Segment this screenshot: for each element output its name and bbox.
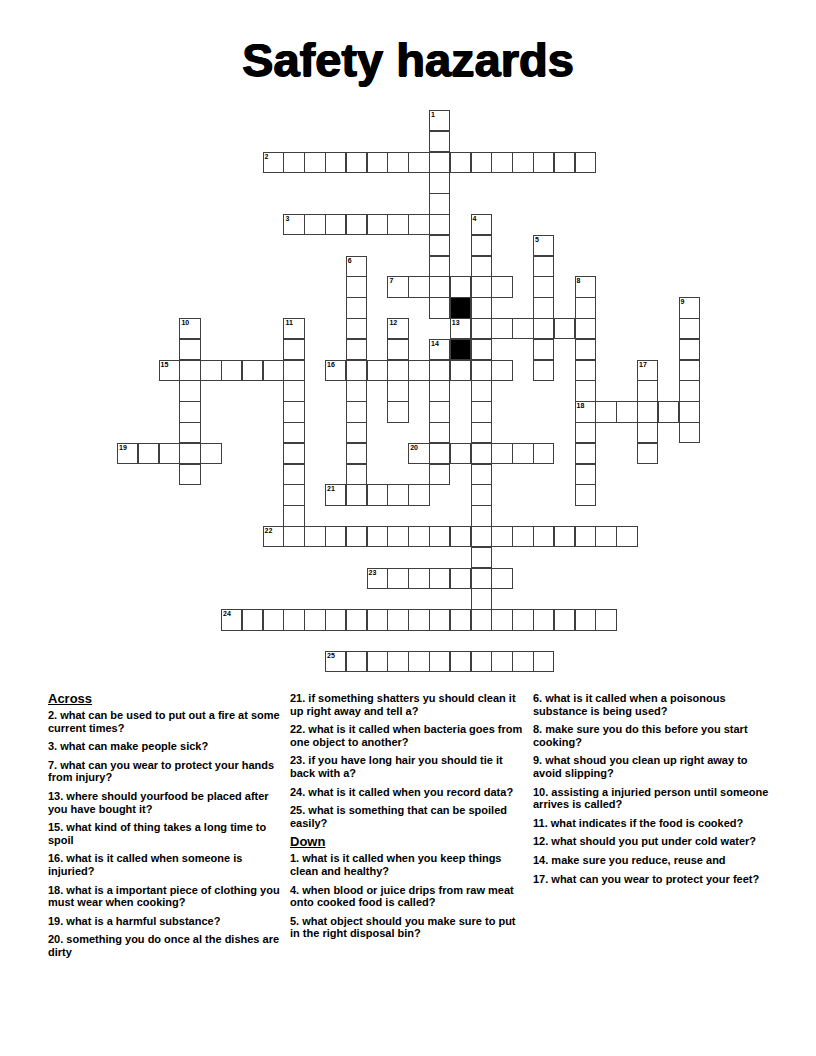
grid-cell[interactable]: [408, 214, 429, 235]
grid-cell[interactable]: [554, 609, 575, 630]
grid-cell[interactable]: 10: [179, 318, 200, 339]
grid-cell[interactable]: [283, 609, 304, 630]
cell-number: 10: [181, 319, 189, 327]
clue-column-1: Across2. what can be used to put out a f…: [48, 692, 286, 965]
grid-cell[interactable]: [471, 360, 492, 381]
grid-cell[interactable]: [283, 152, 304, 173]
grid-cell[interactable]: 6: [346, 256, 367, 277]
grid-cell[interactable]: [575, 422, 596, 443]
cell-number: 12: [389, 319, 397, 327]
grid-cell[interactable]: [283, 464, 304, 485]
grid-cell[interactable]: [575, 609, 596, 630]
cell-number: 7: [389, 277, 393, 285]
grid-cell[interactable]: [346, 443, 367, 464]
grid-cell[interactable]: [387, 568, 408, 589]
grid-cell[interactable]: [242, 609, 263, 630]
grid-cell[interactable]: [471, 651, 492, 672]
grid-cell[interactable]: [637, 401, 658, 422]
grid-cell[interactable]: [179, 360, 200, 381]
grid-cell[interactable]: [471, 526, 492, 547]
grid-cell[interactable]: [325, 609, 346, 630]
clue: 4. when blood or juice drips from raw me…: [290, 884, 528, 909]
cell-number: 6: [348, 257, 352, 265]
grid-cell[interactable]: [408, 568, 429, 589]
grid-cell[interactable]: [471, 588, 492, 609]
grid-cell[interactable]: [387, 380, 408, 401]
grid-cell[interactable]: [575, 526, 596, 547]
grid-cell[interactable]: 5: [533, 235, 554, 256]
grid-cell[interactable]: [429, 172, 450, 193]
grid-cell[interactable]: [429, 568, 450, 589]
grid-cell[interactable]: [346, 380, 367, 401]
clue: 6. what is it called when a poisonous su…: [533, 692, 771, 717]
grid-cell[interactable]: [679, 318, 700, 339]
grid-cell[interactable]: [491, 360, 512, 381]
grid-cell[interactable]: [637, 422, 658, 443]
grid-cell[interactable]: 2: [263, 152, 284, 173]
grid-cell[interactable]: 1: [429, 110, 450, 131]
grid-cell[interactable]: [575, 318, 596, 339]
grid-cell[interactable]: [429, 401, 450, 422]
cell-number: 3: [285, 215, 289, 223]
grid-cell[interactable]: [283, 339, 304, 360]
clue: 14. make sure you reduce, reuse and: [533, 854, 771, 867]
clue: 3. what can make people sick?: [48, 740, 286, 753]
clue: 1. what is it called when you keep thing…: [290, 852, 528, 877]
grid-cell[interactable]: [346, 401, 367, 422]
cell-number: 25: [327, 652, 335, 660]
grid-cell[interactable]: [471, 235, 492, 256]
grid-cell[interactable]: [429, 609, 450, 630]
grid-cell[interactable]: [471, 318, 492, 339]
grid-cell[interactable]: [595, 609, 616, 630]
grid-cell[interactable]: [283, 443, 304, 464]
grid-cell[interactable]: [346, 609, 367, 630]
grid-cell[interactable]: [408, 651, 429, 672]
grid-cell[interactable]: 15: [159, 360, 180, 381]
grid-cell[interactable]: [471, 505, 492, 526]
grid-cell[interactable]: [595, 401, 616, 422]
grid-cell[interactable]: [283, 505, 304, 526]
grid-cell[interactable]: 9: [679, 297, 700, 318]
grid-cell[interactable]: 20: [408, 443, 429, 464]
clue: 17. what can you wear to protect your fe…: [533, 873, 771, 886]
grid-cell[interactable]: [429, 464, 450, 485]
grid-cell[interactable]: [679, 401, 700, 422]
grid-cell[interactable]: 4: [471, 214, 492, 235]
cell-number: 16: [327, 361, 335, 369]
grid-cell[interactable]: [575, 152, 596, 173]
grid-cell[interactable]: [429, 380, 450, 401]
grid-cell[interactable]: [450, 276, 471, 297]
grid-cell[interactable]: [325, 214, 346, 235]
clue: 10. assisting a injuried person until so…: [533, 786, 771, 811]
grid-cell[interactable]: [408, 152, 429, 173]
grid-cell[interactable]: [346, 297, 367, 318]
clue: 25. what is something that can be spoile…: [290, 804, 528, 829]
grid-cell[interactable]: 3: [283, 214, 304, 235]
grid-cell[interactable]: [533, 339, 554, 360]
cell-number: 9: [681, 298, 685, 306]
grid-cell[interactable]: [346, 339, 367, 360]
grid-cell[interactable]: [387, 484, 408, 505]
grid-cell[interactable]: [346, 422, 367, 443]
grid-cell[interactable]: [304, 609, 325, 630]
grid-cell[interactable]: [679, 339, 700, 360]
grid-cell[interactable]: [387, 609, 408, 630]
grid-cell[interactable]: [408, 526, 429, 547]
grid-cell[interactable]: [429, 256, 450, 277]
grid-cell[interactable]: [325, 152, 346, 173]
grid-cell[interactable]: [429, 152, 450, 173]
grid-cell[interactable]: [429, 360, 450, 381]
grid-cell[interactable]: [533, 276, 554, 297]
grid-cell[interactable]: [367, 526, 388, 547]
grid-cell[interactable]: [533, 152, 554, 173]
grid-cell[interactable]: [429, 235, 450, 256]
grid-cell[interactable]: [637, 443, 658, 464]
grid-cell[interactable]: [138, 443, 159, 464]
grid-cell[interactable]: [533, 256, 554, 277]
grid-cell[interactable]: [367, 360, 388, 381]
clue: 23. if you have long hair you should tie…: [290, 754, 528, 779]
grid-cell[interactable]: [491, 526, 512, 547]
grid-cell[interactable]: [533, 651, 554, 672]
clue: 20. something you do once al the dishes …: [48, 933, 286, 958]
grid-cell[interactable]: [263, 360, 284, 381]
grid-cell[interactable]: [658, 401, 679, 422]
cell-number: 15: [161, 361, 169, 369]
grid-cell[interactable]: [346, 360, 367, 381]
grid-cell[interactable]: [283, 422, 304, 443]
grid-cell[interactable]: [595, 526, 616, 547]
grid-cell[interactable]: [263, 609, 284, 630]
grid-cell[interactable]: [408, 360, 429, 381]
grid-cell[interactable]: [512, 443, 533, 464]
grid-cell[interactable]: 25: [325, 651, 346, 672]
grid-cell[interactable]: 14: [429, 339, 450, 360]
grid-cell[interactable]: [179, 401, 200, 422]
grid-cell[interactable]: [387, 339, 408, 360]
grid-cell[interactable]: [533, 526, 554, 547]
grid-cell[interactable]: 17: [637, 360, 658, 381]
grid-cell[interactable]: [575, 360, 596, 381]
grid-cell[interactable]: [367, 484, 388, 505]
black-cell: [450, 297, 471, 318]
grid-cell[interactable]: 12: [387, 318, 408, 339]
clue: 5. what object should you make sure to p…: [290, 915, 528, 940]
grid-cell[interactable]: [491, 443, 512, 464]
grid-cell[interactable]: [387, 401, 408, 422]
grid-cell[interactable]: [471, 484, 492, 505]
grid-cell[interactable]: [533, 297, 554, 318]
grid-cell[interactable]: [429, 193, 450, 214]
cell-number: 21: [327, 485, 335, 493]
clue: 13. where should yourfood be placed afte…: [48, 790, 286, 815]
grid-cell[interactable]: [637, 380, 658, 401]
grid-cell[interactable]: [491, 152, 512, 173]
grid-cell[interactable]: [471, 256, 492, 277]
cell-number: 18: [577, 402, 585, 410]
grid-cell[interactable]: [367, 609, 388, 630]
grid-cell[interactable]: [387, 152, 408, 173]
grid-cell[interactable]: 23: [367, 568, 388, 589]
grid-cell[interactable]: [679, 422, 700, 443]
grid-cell[interactable]: [367, 152, 388, 173]
grid-cell[interactable]: [179, 464, 200, 485]
clue: 16. what is it called when someone is in…: [48, 852, 286, 877]
clue-column-2: 21. if something shatters yu should clea…: [290, 692, 528, 946]
grid-cell[interactable]: [346, 276, 367, 297]
grid-cell[interactable]: [408, 276, 429, 297]
grid-cell[interactable]: [387, 651, 408, 672]
grid-cell[interactable]: [450, 526, 471, 547]
grid-cell[interactable]: 13: [450, 318, 471, 339]
grid-cell[interactable]: [408, 609, 429, 630]
grid-cell[interactable]: [179, 380, 200, 401]
cell-number: 19: [119, 444, 127, 452]
grid-cell[interactable]: [450, 568, 471, 589]
clue: 19. what is a harmful substance?: [48, 915, 286, 928]
cell-number: 17: [639, 361, 647, 369]
grid-cell[interactable]: [283, 380, 304, 401]
grid-cell[interactable]: [533, 360, 554, 381]
grid-cell[interactable]: 21: [325, 484, 346, 505]
grid-cell[interactable]: [512, 526, 533, 547]
grid-cell[interactable]: [429, 651, 450, 672]
grid-cell[interactable]: [450, 152, 471, 173]
black-cell: [450, 339, 471, 360]
cell-number: 2: [265, 153, 269, 161]
grid-cell[interactable]: [554, 526, 575, 547]
grid-cell[interactable]: [283, 401, 304, 422]
grid-cell[interactable]: [575, 339, 596, 360]
grid-cell[interactable]: [200, 443, 221, 464]
grid-cell[interactable]: [471, 443, 492, 464]
clue: 12. what should you put under cold water…: [533, 835, 771, 848]
clue: 24. what is it called when you record da…: [290, 786, 528, 799]
cell-number: 13: [452, 319, 460, 327]
grid-cell[interactable]: 8: [575, 276, 596, 297]
grid-cell[interactable]: [575, 297, 596, 318]
grid-cell[interactable]: [471, 380, 492, 401]
crossword-grid: 1234567891011121314151617181920212223242…: [0, 0, 816, 700]
grid-cell[interactable]: [325, 526, 346, 547]
crossword-page: Safety hazards 1234567891011121314151617…: [0, 0, 816, 1056]
grid-cell[interactable]: [242, 360, 263, 381]
grid-cell[interactable]: [554, 318, 575, 339]
grid-cell[interactable]: [346, 526, 367, 547]
clue: 11. what indicates if the food is cooked…: [533, 817, 771, 830]
grid-cell[interactable]: 16: [325, 360, 346, 381]
grid-cell[interactable]: [429, 526, 450, 547]
clue-column-3: 6. what is it called when a poisonous su…: [533, 692, 771, 891]
grid-cell[interactable]: [471, 297, 492, 318]
cell-number: 24: [223, 610, 231, 618]
grid-cell[interactable]: [575, 443, 596, 464]
grid-cell[interactable]: [471, 339, 492, 360]
grid-cell[interactable]: [408, 484, 429, 505]
grid-cell[interactable]: [491, 651, 512, 672]
grid-cell[interactable]: [179, 422, 200, 443]
clue: 8. make sure you do this before you star…: [533, 723, 771, 748]
grid-cell[interactable]: [429, 422, 450, 443]
grid-cell[interactable]: [346, 214, 367, 235]
grid-cell[interactable]: [387, 360, 408, 381]
grid-cell[interactable]: 7: [387, 276, 408, 297]
grid-cell[interactable]: [616, 401, 637, 422]
cell-number: 22: [265, 527, 273, 535]
grid-cell[interactable]: [512, 152, 533, 173]
grid-cell[interactable]: [346, 318, 367, 339]
grid-cell[interactable]: 18: [575, 401, 596, 422]
grid-cell[interactable]: [200, 360, 221, 381]
grid-cell[interactable]: [471, 547, 492, 568]
grid-cell[interactable]: [471, 464, 492, 485]
grid-cell[interactable]: [346, 464, 367, 485]
grid-cell[interactable]: 11: [283, 318, 304, 339]
grid-cell[interactable]: [387, 214, 408, 235]
grid-cell[interactable]: [512, 651, 533, 672]
grid-cell[interactable]: [471, 568, 492, 589]
grid-cell[interactable]: [554, 152, 575, 173]
grid-cell[interactable]: [429, 297, 450, 318]
grid-cell[interactable]: [471, 401, 492, 422]
grid-cell[interactable]: [367, 214, 388, 235]
clue: 9. what shoud you clean up right away to…: [533, 754, 771, 779]
cell-number: 23: [369, 569, 377, 577]
grid-cell[interactable]: [450, 443, 471, 464]
grid-cell[interactable]: [450, 651, 471, 672]
grid-cell[interactable]: [471, 422, 492, 443]
cell-number: 20: [410, 444, 418, 452]
grid-cell[interactable]: [450, 609, 471, 630]
cell-number: 14: [431, 340, 439, 348]
grid-cell[interactable]: [429, 214, 450, 235]
grid-cell[interactable]: [346, 651, 367, 672]
grid-cell[interactable]: [179, 443, 200, 464]
grid-cell[interactable]: [221, 360, 242, 381]
cell-number: 5: [535, 236, 539, 244]
grid-cell[interactable]: [679, 380, 700, 401]
grid-cell[interactable]: [491, 609, 512, 630]
grid-cell[interactable]: [429, 131, 450, 152]
grid-cell[interactable]: [283, 526, 304, 547]
cell-number: 8: [577, 277, 581, 285]
grid-cell[interactable]: [304, 214, 325, 235]
cell-number: 4: [473, 215, 477, 223]
grid-cell[interactable]: [159, 443, 180, 464]
grid-cell[interactable]: [471, 609, 492, 630]
grid-cell[interactable]: [387, 526, 408, 547]
grid-cell[interactable]: [491, 568, 512, 589]
grid-cell[interactable]: [491, 318, 512, 339]
grid-cell[interactable]: [429, 276, 450, 297]
grid-cell[interactable]: 24: [221, 609, 242, 630]
across-header: Across: [48, 692, 286, 706]
grid-cell[interactable]: [679, 360, 700, 381]
grid-cell[interactable]: [471, 152, 492, 173]
grid-cell[interactable]: [450, 360, 471, 381]
grid-cell[interactable]: [512, 318, 533, 339]
grid-cell[interactable]: [512, 609, 533, 630]
grid-cell[interactable]: [616, 526, 637, 547]
cell-number: 1: [431, 111, 435, 119]
grid-cell[interactable]: [575, 484, 596, 505]
grid-cell[interactable]: [346, 152, 367, 173]
grid-cell[interactable]: [471, 276, 492, 297]
grid-cell[interactable]: 19: [117, 443, 138, 464]
grid-cell[interactable]: [533, 443, 554, 464]
grid-cell[interactable]: [575, 464, 596, 485]
grid-cell[interactable]: [429, 443, 450, 464]
grid-cell[interactable]: [346, 484, 367, 505]
grid-cell[interactable]: [575, 380, 596, 401]
down-header: Down: [290, 835, 528, 849]
cell-number: 11: [285, 319, 292, 327]
clue: 22. what is it called when bacteria goes…: [290, 723, 528, 748]
clue: 7. what can you wear to protect your han…: [48, 759, 286, 784]
clue: 15. what kind of thing takes a long time…: [48, 821, 286, 846]
clue: 2. what can be used to put out a fire at…: [48, 709, 286, 734]
grid-cell[interactable]: [491, 276, 512, 297]
clue: 21. if something shatters yu should clea…: [290, 692, 528, 717]
grid-cell[interactable]: 22: [263, 526, 284, 547]
grid-cell[interactable]: [367, 651, 388, 672]
grid-cell[interactable]: [283, 360, 304, 381]
grid-cell[interactable]: [533, 609, 554, 630]
grid-cell[interactable]: [304, 152, 325, 173]
clue: 18. what is a important piece of clothin…: [48, 884, 286, 909]
grid-cell[interactable]: [283, 484, 304, 505]
grid-cell[interactable]: [179, 339, 200, 360]
grid-cell[interactable]: [304, 526, 325, 547]
grid-cell[interactable]: [533, 318, 554, 339]
